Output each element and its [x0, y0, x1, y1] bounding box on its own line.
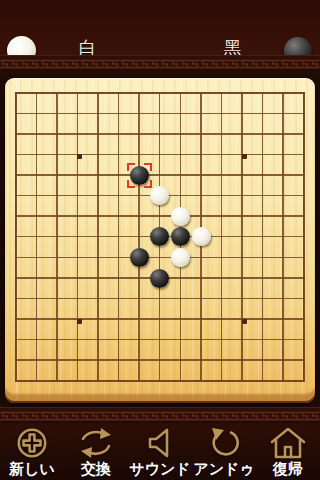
intersection[interactable] [6, 329, 27, 350]
intersection[interactable] [129, 309, 150, 330]
intersection[interactable] [211, 103, 232, 124]
intersection[interactable] [26, 103, 47, 124]
intersection[interactable] [6, 144, 27, 165]
intersection[interactable] [26, 350, 47, 371]
intersection[interactable] [47, 124, 68, 145]
intersection[interactable] [6, 124, 27, 145]
intersection[interactable] [67, 288, 88, 309]
intersection[interactable] [170, 329, 191, 350]
meander-border-top [0, 55, 320, 71]
intersection[interactable] [294, 206, 315, 227]
intersection[interactable] [211, 186, 232, 207]
intersection[interactable] [26, 268, 47, 289]
intersection[interactable] [47, 165, 68, 186]
last-move-marker [127, 163, 135, 171]
intersection[interactable] [232, 371, 253, 392]
intersection[interactable] [191, 186, 212, 207]
intersection[interactable] [191, 371, 212, 392]
intersection[interactable] [26, 186, 47, 207]
sound-icon [141, 426, 179, 460]
intersection[interactable] [191, 227, 212, 248]
intersection[interactable] [150, 227, 171, 248]
intersection[interactable] [294, 165, 315, 186]
intersection[interactable] [232, 83, 253, 104]
black-stone [171, 227, 190, 246]
intersection[interactable] [232, 103, 253, 124]
intersection[interactable] [150, 247, 171, 268]
intersection[interactable] [47, 144, 68, 165]
intersection[interactable] [109, 206, 130, 227]
intersection[interactable] [150, 144, 171, 165]
intersection[interactable] [109, 227, 130, 248]
intersection[interactable] [26, 227, 47, 248]
intersection[interactable] [129, 350, 150, 371]
intersection[interactable] [88, 83, 109, 104]
intersection[interactable] [109, 371, 130, 392]
intersection[interactable] [273, 206, 294, 227]
intersection[interactable] [191, 206, 212, 227]
intersection[interactable] [232, 288, 253, 309]
intersection[interactable] [211, 206, 232, 227]
intersection[interactable] [294, 227, 315, 248]
black-stone [150, 227, 169, 246]
intersection[interactable] [294, 186, 315, 207]
intersection[interactable] [88, 350, 109, 371]
intersection[interactable] [67, 124, 88, 145]
intersection[interactable] [67, 165, 88, 186]
intersection[interactable] [191, 329, 212, 350]
intersection[interactable] [211, 329, 232, 350]
intersection[interactable] [67, 329, 88, 350]
intersection[interactable] [273, 371, 294, 392]
intersection[interactable] [47, 247, 68, 268]
intersection[interactable] [129, 165, 150, 186]
intersection[interactable] [150, 124, 171, 145]
board-intersections [6, 83, 315, 392]
intersection[interactable] [109, 124, 130, 145]
intersection[interactable] [88, 144, 109, 165]
intersection[interactable] [232, 206, 253, 227]
black-player-label: 黑 [224, 39, 241, 56]
undo-button[interactable]: アンドゥ [192, 424, 256, 480]
intersection[interactable] [6, 371, 27, 392]
intersection[interactable] [211, 350, 232, 371]
intersection[interactable] [88, 329, 109, 350]
intersection[interactable] [170, 371, 191, 392]
intersection[interactable] [232, 309, 253, 330]
intersection[interactable] [47, 329, 68, 350]
intersection[interactable] [150, 371, 171, 392]
intersection[interactable] [252, 83, 273, 104]
intersection[interactable] [88, 288, 109, 309]
intersection[interactable] [6, 186, 27, 207]
sound-button[interactable]: サウンド [128, 424, 192, 480]
intersection[interactable] [294, 144, 315, 165]
intersection[interactable] [47, 268, 68, 289]
intersection[interactable] [252, 103, 273, 124]
intersection[interactable] [26, 165, 47, 186]
intersection[interactable] [252, 288, 273, 309]
intersection[interactable] [252, 247, 273, 268]
intersection[interactable] [109, 103, 130, 124]
intersection[interactable] [252, 227, 273, 248]
intersection[interactable] [170, 227, 191, 248]
intersection[interactable] [170, 144, 191, 165]
swap-button[interactable]: 交換 [64, 424, 128, 480]
intersection[interactable] [129, 247, 150, 268]
intersection[interactable] [170, 268, 191, 289]
intersection[interactable] [67, 103, 88, 124]
intersection[interactable] [273, 103, 294, 124]
intersection[interactable] [191, 350, 212, 371]
intersection[interactable] [47, 309, 68, 330]
intersection[interactable] [273, 124, 294, 145]
intersection[interactable] [150, 309, 171, 330]
intersection[interactable] [6, 309, 27, 330]
intersection[interactable] [6, 83, 27, 104]
intersection[interactable] [88, 165, 109, 186]
intersection[interactable] [211, 83, 232, 104]
intersection[interactable] [6, 350, 27, 371]
intersection[interactable] [273, 350, 294, 371]
intersection[interactable] [252, 144, 273, 165]
intersection[interactable] [232, 329, 253, 350]
intersection[interactable] [294, 329, 315, 350]
new-game-label: 新しい [9, 461, 55, 477]
intersection[interactable] [67, 309, 88, 330]
sound-label: サウンド [129, 461, 190, 477]
intersection[interactable] [273, 186, 294, 207]
intersection[interactable] [47, 227, 68, 248]
intersection[interactable] [294, 309, 315, 330]
intersection[interactable] [129, 103, 150, 124]
intersection[interactable] [294, 247, 315, 268]
intersection[interactable] [47, 350, 68, 371]
intersection[interactable] [26, 247, 47, 268]
intersection[interactable] [170, 206, 191, 227]
intersection[interactable] [211, 309, 232, 330]
intersection[interactable] [26, 371, 47, 392]
swap-icon [75, 426, 117, 460]
intersection[interactable] [252, 124, 273, 145]
undo-icon [204, 426, 244, 460]
white-stone [150, 186, 169, 205]
intersection[interactable] [6, 165, 27, 186]
intersection[interactable] [170, 103, 191, 124]
white-player-label: 白 [79, 39, 96, 56]
home-button[interactable]: 復帰 [256, 424, 320, 480]
intersection[interactable] [252, 268, 273, 289]
intersection[interactable] [232, 247, 253, 268]
intersection[interactable] [6, 288, 27, 309]
intersection[interactable] [67, 186, 88, 207]
intersection[interactable] [109, 83, 130, 104]
intersection[interactable] [191, 103, 212, 124]
intersection[interactable] [150, 165, 171, 186]
intersection[interactable] [129, 268, 150, 289]
intersection[interactable] [191, 144, 212, 165]
home-label: 復帰 [273, 461, 303, 477]
intersection[interactable] [211, 288, 232, 309]
intersection[interactable] [88, 309, 109, 330]
intersection[interactable] [170, 350, 191, 371]
intersection[interactable] [67, 350, 88, 371]
intersection[interactable] [252, 329, 273, 350]
white-stone [171, 207, 190, 226]
intersection[interactable] [211, 268, 232, 289]
intersection[interactable] [232, 268, 253, 289]
intersection[interactable] [191, 309, 212, 330]
intersection[interactable] [67, 83, 88, 104]
intersection[interactable] [273, 83, 294, 104]
intersection[interactable] [88, 268, 109, 289]
intersection[interactable] [252, 206, 273, 227]
black-stone [130, 248, 149, 267]
undo-label: アンドゥ [193, 461, 254, 477]
intersection[interactable] [67, 371, 88, 392]
intersection[interactable] [6, 206, 27, 227]
intersection[interactable] [109, 186, 130, 207]
intersection[interactable] [26, 83, 47, 104]
intersection[interactable] [150, 288, 171, 309]
intersection[interactable] [294, 288, 315, 309]
intersection[interactable] [26, 309, 47, 330]
intersection[interactable] [294, 103, 315, 124]
intersection[interactable] [129, 288, 150, 309]
intersection[interactable] [6, 103, 27, 124]
black-stone [150, 269, 169, 288]
intersection[interactable] [26, 329, 47, 350]
intersection[interactable] [252, 371, 273, 392]
intersection[interactable] [129, 186, 150, 207]
intersection[interactable] [129, 227, 150, 248]
intersection[interactable] [150, 83, 171, 104]
intersection[interactable] [170, 186, 191, 207]
intersection[interactable] [232, 124, 253, 145]
intersection[interactable] [150, 350, 171, 371]
intersection[interactable] [67, 206, 88, 227]
intersection[interactable] [191, 288, 212, 309]
intersection[interactable] [191, 247, 212, 268]
intersection[interactable] [67, 227, 88, 248]
intersection[interactable] [6, 268, 27, 289]
intersection[interactable] [47, 206, 68, 227]
new-plus-icon [12, 426, 52, 460]
intersection[interactable] [170, 309, 191, 330]
intersection[interactable] [211, 371, 232, 392]
intersection[interactable] [26, 144, 47, 165]
intersection[interactable] [47, 83, 68, 104]
intersection[interactable] [170, 165, 191, 186]
intersection[interactable] [273, 268, 294, 289]
intersection[interactable] [294, 371, 315, 392]
intersection[interactable] [150, 186, 171, 207]
intersection[interactable] [6, 227, 27, 248]
intersection[interactable] [26, 206, 47, 227]
intersection[interactable] [109, 350, 130, 371]
intersection[interactable] [211, 144, 232, 165]
intersection[interactable] [294, 350, 315, 371]
intersection[interactable] [273, 309, 294, 330]
intersection[interactable] [170, 124, 191, 145]
toolbar: 新しい 交換 サウンド アンドゥ [0, 424, 320, 480]
intersection[interactable] [232, 144, 253, 165]
intersection[interactable] [211, 247, 232, 268]
intersection[interactable] [211, 227, 232, 248]
intersection[interactable] [232, 227, 253, 248]
intersection[interactable] [273, 165, 294, 186]
white-stone [192, 227, 211, 246]
intersection[interactable] [129, 83, 150, 104]
intersection[interactable] [232, 165, 253, 186]
intersection[interactable] [67, 144, 88, 165]
intersection[interactable] [170, 288, 191, 309]
intersection[interactable] [88, 371, 109, 392]
intersection[interactable] [67, 268, 88, 289]
intersection[interactable] [273, 227, 294, 248]
intersection[interactable] [273, 329, 294, 350]
intersection[interactable] [252, 309, 273, 330]
intersection[interactable] [150, 329, 171, 350]
intersection[interactable] [191, 83, 212, 104]
intersection[interactable] [129, 124, 150, 145]
intersection[interactable] [150, 206, 171, 227]
intersection[interactable] [47, 288, 68, 309]
intersection[interactable] [273, 144, 294, 165]
intersection[interactable] [26, 124, 47, 145]
intersection[interactable] [109, 247, 130, 268]
intersection[interactable] [273, 288, 294, 309]
intersection[interactable] [88, 124, 109, 145]
gomoku-board [5, 78, 315, 403]
intersection[interactable] [294, 268, 315, 289]
intersection[interactable] [191, 165, 212, 186]
intersection[interactable] [88, 103, 109, 124]
swap-label: 交換 [81, 461, 111, 477]
intersection[interactable] [67, 247, 88, 268]
intersection[interactable] [232, 350, 253, 371]
intersection[interactable] [191, 124, 212, 145]
intersection[interactable] [294, 124, 315, 145]
intersection[interactable] [109, 288, 130, 309]
intersection[interactable] [88, 227, 109, 248]
intersection[interactable] [211, 165, 232, 186]
new-game-button[interactable]: 新しい [0, 424, 64, 480]
white-stone [171, 248, 190, 267]
intersection[interactable] [129, 329, 150, 350]
intersection[interactable] [47, 103, 68, 124]
intersection[interactable] [6, 247, 27, 268]
intersection[interactable] [129, 206, 150, 227]
intersection[interactable] [252, 186, 273, 207]
intersection[interactable] [109, 329, 130, 350]
intersection[interactable] [170, 247, 191, 268]
intersection[interactable] [109, 268, 130, 289]
intersection[interactable] [211, 124, 232, 145]
home-icon [267, 426, 309, 460]
intersection[interactable] [129, 371, 150, 392]
intersection[interactable] [26, 288, 47, 309]
black-stone [130, 166, 149, 185]
intersection[interactable] [191, 268, 212, 289]
intersection[interactable] [170, 83, 191, 104]
intersection[interactable] [88, 247, 109, 268]
intersection[interactable] [47, 371, 68, 392]
intersection[interactable] [273, 247, 294, 268]
intersection[interactable] [232, 186, 253, 207]
intersection[interactable] [252, 165, 273, 186]
intersection[interactable] [294, 83, 315, 104]
intersection[interactable] [47, 186, 68, 207]
meander-border-bottom [0, 407, 320, 423]
intersection[interactable] [252, 350, 273, 371]
intersection[interactable] [150, 268, 171, 289]
intersection[interactable] [109, 309, 130, 330]
intersection[interactable] [88, 186, 109, 207]
app-screen: 白 黑 新しい [0, 0, 320, 480]
intersection[interactable] [150, 103, 171, 124]
intersection[interactable] [88, 206, 109, 227]
